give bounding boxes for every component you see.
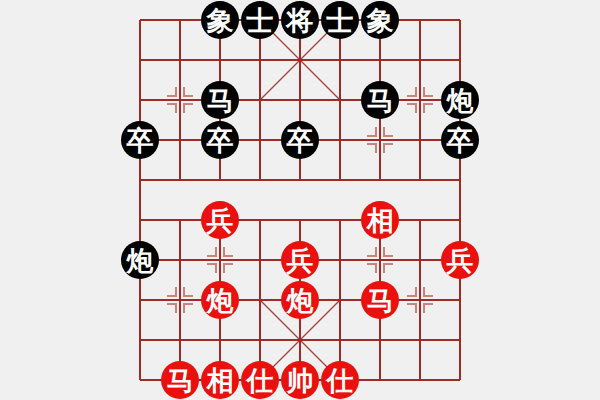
piece-layer: 象士将士象马马炮卒卒卒卒兵相炮兵兵炮炮马马相仕帅仕 [120, 0, 480, 400]
piece-black-elephant[interactable]: 象 [361, 1, 399, 39]
piece-red-elephant[interactable]: 相 [361, 201, 399, 239]
piece-black-advisor[interactable]: 士 [241, 1, 279, 39]
piece-black-pawn[interactable]: 卒 [121, 121, 159, 159]
piece-black-advisor[interactable]: 士 [321, 1, 359, 39]
piece-black-cannon[interactable]: 炮 [121, 241, 159, 279]
piece-red-pawn[interactable]: 兵 [281, 241, 319, 279]
piece-black-pawn[interactable]: 卒 [201, 121, 239, 159]
piece-black-horse[interactable]: 马 [361, 81, 399, 119]
piece-black-cannon[interactable]: 炮 [441, 81, 479, 119]
piece-red-horse[interactable]: 马 [161, 361, 199, 399]
piece-red-pawn[interactable]: 兵 [441, 241, 479, 279]
piece-black-elephant[interactable]: 象 [201, 1, 239, 39]
xiangqi-board: 象士将士象马马炮卒卒卒卒兵相炮兵兵炮炮马马相仕帅仕 [0, 0, 600, 400]
piece-red-horse[interactable]: 马 [361, 281, 399, 319]
piece-red-advisor[interactable]: 仕 [241, 361, 279, 399]
piece-red-advisor[interactable]: 仕 [321, 361, 359, 399]
piece-red-pawn[interactable]: 兵 [201, 201, 239, 239]
piece-black-pawn[interactable]: 卒 [281, 121, 319, 159]
piece-black-horse[interactable]: 马 [201, 81, 239, 119]
piece-red-general[interactable]: 帅 [281, 361, 319, 399]
piece-red-elephant[interactable]: 相 [201, 361, 239, 399]
piece-red-cannon[interactable]: 炮 [201, 281, 239, 319]
piece-black-general[interactable]: 将 [281, 1, 319, 39]
piece-red-cannon[interactable]: 炮 [281, 281, 319, 319]
piece-black-pawn[interactable]: 卒 [441, 121, 479, 159]
